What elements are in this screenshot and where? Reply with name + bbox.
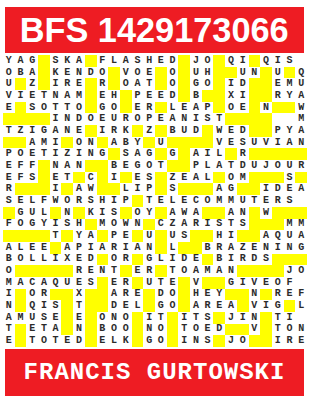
grid-cell-r4c14: E <box>155 90 167 102</box>
grid-cell-r3c4 <box>38 78 50 90</box>
grid-cell-r7c15: B <box>167 125 179 137</box>
grid-cell-r19c21 <box>237 265 249 277</box>
grid-cell-r2c4 <box>38 67 50 79</box>
grid-cell-r22c17: A <box>190 300 202 312</box>
grid-cell-r13c24: R <box>272 195 284 207</box>
grid-cell-r21c22: N <box>249 289 261 301</box>
grid-cell-r7c23 <box>260 125 272 137</box>
grid-cell-r7c20: E <box>225 125 237 137</box>
grid-cell-r21c25: E <box>284 289 296 301</box>
grid-cell-r6c1 <box>3 113 15 125</box>
grid-cell-r4c8 <box>85 90 97 102</box>
grid-cell-r18c23: S <box>260 254 272 266</box>
grid-cell-r10c12: G <box>132 160 144 172</box>
grid-cell-r7c16: U <box>178 125 190 137</box>
grid-cell-r22c21 <box>237 300 249 312</box>
grid-cell-r9c21: R <box>237 148 249 160</box>
grid-cell-r19c10: T <box>108 265 120 277</box>
grid-cell-r14c2: G <box>15 207 27 219</box>
grid-cell-r1c16 <box>178 55 190 67</box>
grid-cell-r20c7: E <box>73 277 85 289</box>
grid-cell-r16c20: I <box>225 230 237 242</box>
grid-cell-r24c21 <box>237 324 249 336</box>
grid-cell-r20c8: S <box>85 277 97 289</box>
grid-cell-r2c23 <box>260 67 272 79</box>
grid-cell-r13c10: I <box>108 195 120 207</box>
grid-cell-r24c23 <box>260 324 272 336</box>
grid-cell-r15c22 <box>249 219 261 231</box>
grid-cell-r3c10 <box>108 78 120 90</box>
grid-cell-r1c3: G <box>26 55 38 67</box>
grid-cell-r23c3: U <box>26 312 38 324</box>
grid-cell-r13c1: S <box>3 195 15 207</box>
grid-cell-r9c16 <box>178 148 190 160</box>
grid-cell-r15c26: M <box>295 219 307 231</box>
grid-cell-r7c2: Z <box>15 125 27 137</box>
grid-cell-r19c19: A <box>213 265 225 277</box>
grid-cell-r19c8: E <box>85 265 97 277</box>
grid-cell-r6c6: N <box>61 113 73 125</box>
grid-cell-r20c9 <box>97 277 109 289</box>
grid-cell-r8c10: A <box>108 137 120 149</box>
grid-cell-r6c16: N <box>178 113 190 125</box>
grid-cell-r1c6: K <box>61 55 73 67</box>
grid-cell-r22c4: I <box>38 300 50 312</box>
grid-cell-r8c24: I <box>272 137 284 149</box>
grid-cell-r18c14: L <box>155 254 167 266</box>
grid-cell-r4c6: A <box>61 90 73 102</box>
grid-cell-r13c20: M <box>225 195 237 207</box>
grid-cell-r22c14: G <box>155 300 167 312</box>
grid-cell-r3c7: E <box>73 78 85 90</box>
grid-cell-r3c12: A <box>132 78 144 90</box>
grid-cell-r19c15: T <box>167 265 179 277</box>
grid-cell-r9c19: L <box>213 148 225 160</box>
grid-cell-r9c14 <box>155 148 167 160</box>
grid-cell-r13c23: E <box>260 195 272 207</box>
grid-cell-r4c24: R <box>272 90 284 102</box>
grid-cell-r1c18: O <box>202 55 214 67</box>
grid-cell-r24c25: O <box>284 324 296 336</box>
grid-cell-r19c4 <box>38 265 50 277</box>
grid-cell-r12c14 <box>155 183 167 195</box>
grid-cell-r17c21: Z <box>237 242 249 254</box>
grid-cell-r23c17: T <box>190 312 202 324</box>
grid-cell-r20c21: I <box>237 277 249 289</box>
grid-cell-r11c4 <box>38 172 50 184</box>
grid-cell-r6c15: A <box>167 113 179 125</box>
grid-cell-r5c23: N <box>260 102 272 114</box>
grid-cell-r21c9 <box>97 289 109 301</box>
grid-cell-r13c12 <box>132 195 144 207</box>
grid-cell-r10c24: O <box>272 160 284 172</box>
grid-cell-r5c11 <box>120 102 132 114</box>
grid-cell-r17c23: N <box>260 242 272 254</box>
grid-cell-r14c15: A <box>167 207 179 219</box>
grid-cell-r25c7: D <box>73 335 85 347</box>
grid-cell-r23c22: N <box>249 312 261 324</box>
grid-cell-r17c9: A <box>97 242 109 254</box>
grid-cell-r9c5: I <box>50 148 62 160</box>
grid-cell-r25c17: N <box>190 335 202 347</box>
grid-cell-r18c18 <box>202 254 214 266</box>
grid-cell-r5c2 <box>15 102 27 114</box>
grid-cell-r10c1: E <box>3 160 15 172</box>
grid-cell-r12c4 <box>38 183 50 195</box>
grid-cell-r24c15 <box>167 324 179 336</box>
grid-cell-r9c26 <box>295 148 307 160</box>
grid-cell-r6c19: T <box>213 113 225 125</box>
grid-cell-r21c1: I <box>3 289 15 301</box>
grid-cell-r21c5 <box>50 289 62 301</box>
grid-cell-r20c3: C <box>26 277 38 289</box>
grid-cell-r4c16 <box>178 90 190 102</box>
grid-cell-r5c14 <box>155 102 167 114</box>
grid-cell-r9c2: O <box>15 148 27 160</box>
grid-cell-r20c11: R <box>120 277 132 289</box>
grid-cell-r17c2: L <box>15 242 27 254</box>
grid-cell-r9c8: N <box>85 148 97 160</box>
grid-cell-r15c6: S <box>61 219 73 231</box>
grid-cell-r21c12: E <box>132 289 144 301</box>
grid-cell-r23c25: I <box>284 312 296 324</box>
grid-cell-r11c7 <box>73 172 85 184</box>
grid-cell-r21c14: D <box>155 289 167 301</box>
grid-cell-r15c9: M <box>97 219 109 231</box>
grid-cell-r1c11: A <box>120 55 132 67</box>
grid-cell-r8c13 <box>143 137 155 149</box>
grid-cell-r3c11: O <box>120 78 132 90</box>
grid-cell-r1c7: A <box>73 55 85 67</box>
grid-cell-r2c11: V <box>120 67 132 79</box>
grid-cell-r11c25: S <box>284 172 296 184</box>
grid-cell-r12c1: R <box>3 183 15 195</box>
grid-cell-r3c25: M <box>284 78 296 90</box>
grid-cell-r18c16: D <box>178 254 190 266</box>
grid-cell-r12c11: L <box>120 183 132 195</box>
grid-cell-r4c19 <box>213 90 225 102</box>
grid-cell-r4c12: P <box>132 90 144 102</box>
grid-cell-r18c13: G <box>143 254 155 266</box>
grid-cell-r24c16: T <box>178 324 190 336</box>
grid-cell-r20c24: O <box>272 277 284 289</box>
grid-cell-r25c16: I <box>178 335 190 347</box>
grid-cell-r7c24: P <box>272 125 284 137</box>
grid-cell-r6c18: S <box>202 113 214 125</box>
grid-cell-r20c18 <box>202 277 214 289</box>
grid-cell-r22c3: Q <box>26 300 38 312</box>
grid-cell-r3c6: R <box>61 78 73 90</box>
grid-cell-r16c23: A <box>260 230 272 242</box>
grid-cell-r19c20: N <box>225 265 237 277</box>
grid-cell-r17c6: A <box>61 242 73 254</box>
grid-cell-r21c17: H <box>190 289 202 301</box>
grid-cell-r11c9 <box>97 172 109 184</box>
grid-cell-r20c6: U <box>61 277 73 289</box>
grid-cell-r7c9: I <box>97 125 109 137</box>
grid-cell-r6c10: U <box>108 113 120 125</box>
grid-cell-r15c8 <box>85 219 97 231</box>
grid-cell-r17c17 <box>190 242 202 254</box>
grid-cell-r11c12: E <box>132 172 144 184</box>
grid-cell-r2c14 <box>155 67 167 79</box>
grid-cell-r9c17: A <box>190 148 202 160</box>
grid-cell-r13c22: T <box>249 195 261 207</box>
grid-cell-r25c18: S <box>202 335 214 347</box>
grid-cell-r20c17: V <box>190 277 202 289</box>
grid-cell-r1c21: I <box>237 55 249 67</box>
grid-cell-r17c12: A <box>132 242 144 254</box>
grid-cell-r24c7: N <box>73 324 85 336</box>
grid-cell-r12c13: P <box>143 183 155 195</box>
author-banner: FRANCIS GURTOWSKI <box>5 349 304 396</box>
grid-cell-r20c10: E <box>108 277 120 289</box>
grid-cell-r16c9 <box>97 230 109 242</box>
grid-cell-r15c21: S <box>237 219 249 231</box>
grid-cell-r22c9 <box>97 300 109 312</box>
grid-cell-r11c5: E <box>50 172 62 184</box>
grid-cell-r22c13 <box>143 300 155 312</box>
grid-cell-r11c2: F <box>15 172 27 184</box>
grid-cell-r20c13: U <box>143 277 155 289</box>
grid-cell-r14c17: A <box>190 207 202 219</box>
grid-cell-r6c3 <box>26 113 38 125</box>
grid-cell-r25c12 <box>132 335 144 347</box>
grid-cell-r13c3: L <box>26 195 38 207</box>
grid-cell-r13c13: T <box>143 195 155 207</box>
grid-cell-r19c14 <box>155 265 167 277</box>
grid-cell-r16c22 <box>249 230 261 242</box>
grid-cell-r1c26 <box>295 55 307 67</box>
grid-cell-r15c18: I <box>202 219 214 231</box>
grid-cell-r12c9 <box>97 183 109 195</box>
grid-cell-r11c1: E <box>3 172 15 184</box>
grid-cell-r7c21: D <box>237 125 249 137</box>
grid-cell-r25c1: E <box>3 335 15 347</box>
grid-cell-r18c10: O <box>108 254 120 266</box>
grid-cell-r22c24: G <box>272 300 284 312</box>
grid-cell-r8c25: A <box>284 137 296 149</box>
grid-cell-r17c20: A <box>225 242 237 254</box>
grid-cell-r23c16: I <box>178 312 190 324</box>
grid-cell-r2c20 <box>225 67 237 79</box>
grid-cell-r5c1: E <box>3 102 15 114</box>
grid-cell-r8c22: U <box>249 137 261 149</box>
grid-cell-r17c10: R <box>108 242 120 254</box>
grid-cell-r4c2: I <box>15 90 27 102</box>
grid-cell-r13c25: S <box>284 195 296 207</box>
grid-cell-r18c24 <box>272 254 284 266</box>
grid-cell-r20c15: E <box>167 277 179 289</box>
grid-cell-r10c6: A <box>61 160 73 172</box>
grid-cell-r15c12: N <box>132 219 144 231</box>
grid-cell-r16c6 <box>61 230 73 242</box>
grid-cell-r1c8 <box>85 55 97 67</box>
grid-cell-r14c4: L <box>38 207 50 219</box>
grid-cell-r7c18 <box>202 125 214 137</box>
grid-cell-r19c25: J <box>284 265 296 277</box>
grid-cell-r9c23 <box>260 148 272 160</box>
grid-cell-r15c15: Z <box>167 219 179 231</box>
grid-cell-r18c5: I <box>50 254 62 266</box>
grid-cell-r9c11: S <box>120 148 132 160</box>
grid-cell-r22c12: L <box>132 300 144 312</box>
grid-cell-r16c7: Y <box>73 230 85 242</box>
grid-cell-r9c13: G <box>143 148 155 160</box>
grid-cell-r17c15: L <box>167 242 179 254</box>
grid-cell-r1c23: Q <box>260 55 272 67</box>
grid-cell-r11c22 <box>249 172 261 184</box>
grid-cell-r19c11 <box>120 265 132 277</box>
grid-cell-r21c2 <box>15 289 27 301</box>
grid-cell-r11c3: S <box>26 172 38 184</box>
grid-cell-r25c26: E <box>295 335 307 347</box>
grid-cell-r10c14: T <box>155 160 167 172</box>
grid-cell-r3c26: U <box>295 78 307 90</box>
grid-cell-r5c24 <box>272 102 284 114</box>
grid-cell-r11c26 <box>295 172 307 184</box>
grid-cell-r12c12: I <box>132 183 144 195</box>
grid-cell-r17c13: N <box>143 242 155 254</box>
grid-cell-r5c17: A <box>190 102 202 114</box>
grid-cell-r4c15: D <box>167 90 179 102</box>
grid-cell-r19c16: O <box>178 265 190 277</box>
grid-cell-r5c4: O <box>38 102 50 114</box>
grid-cell-r8c19: V <box>213 137 225 149</box>
grid-cell-r1c19 <box>213 55 225 67</box>
grid-cell-r9c10 <box>108 148 120 160</box>
grid-cell-r24c1: T <box>3 324 15 336</box>
grid-cell-r24c18: E <box>202 324 214 336</box>
grid-cell-r15c25: M <box>284 219 296 231</box>
grid-cell-r10c21: D <box>237 160 249 172</box>
grid-cell-r5c26: W <box>295 102 307 114</box>
grid-cell-r1c1: Y <box>3 55 15 67</box>
grid-cell-r10c19: A <box>213 160 225 172</box>
grid-cell-r2c17: U <box>190 67 202 79</box>
grid-cell-r3c24: E <box>272 78 284 90</box>
grid-cell-r24c10: O <box>108 324 120 336</box>
grid-cell-r6c4 <box>38 113 50 125</box>
grid-cell-r11c10: I <box>108 172 120 184</box>
grid-cell-r4c4: T <box>38 90 50 102</box>
grid-cell-r5c3: S <box>26 102 38 114</box>
grid-cell-r2c1: O <box>3 67 15 79</box>
grid-cell-r22c22: V <box>249 300 261 312</box>
grid-cell-r8c7: O <box>73 137 85 149</box>
grid-cell-r13c6: O <box>61 195 73 207</box>
grid-cell-r11c21: M <box>237 172 249 184</box>
grid-cell-r3c5: I <box>50 78 62 90</box>
grid-cell-r6c11: R <box>120 113 132 125</box>
grid-cell-r22c16 <box>178 300 190 312</box>
grid-cell-r13c17: C <box>190 195 202 207</box>
grid-cell-r15c11: W <box>120 219 132 231</box>
grid-cell-r17c16 <box>178 242 190 254</box>
grid-cell-r16c21 <box>237 230 249 242</box>
grid-cell-r23c6 <box>61 312 73 324</box>
grid-cell-r13c2: E <box>15 195 27 207</box>
grid-cell-r18c7: E <box>73 254 85 266</box>
grid-cell-r23c14: T <box>155 312 167 324</box>
grid-cell-r23c18: S <box>202 312 214 324</box>
grid-cell-r25c5: T <box>50 335 62 347</box>
grid-cell-r13c15: L <box>167 195 179 207</box>
grid-cell-r16c13: U <box>143 230 155 242</box>
grid-cell-r14c3: U <box>26 207 38 219</box>
grid-cell-r5c10: O <box>108 102 120 114</box>
grid-cell-r24c3: E <box>26 324 38 336</box>
grid-cell-r13c9: H <box>97 195 109 207</box>
grid-cell-r22c19: E <box>213 300 225 312</box>
grid-cell-r10c9 <box>97 160 109 172</box>
grid-cell-r7c7: E <box>73 125 85 137</box>
grid-cell-r14c11 <box>120 207 132 219</box>
grid-cell-r18c12 <box>132 254 144 266</box>
grid-cell-r20c4: A <box>38 277 50 289</box>
grid-cell-r17c19: R <box>213 242 225 254</box>
grid-cell-r24c24: T <box>272 324 284 336</box>
grid-cell-r18c1: B <box>3 254 15 266</box>
grid-cell-r15c4: Y <box>38 219 50 231</box>
grid-cell-r13c5: W <box>50 195 62 207</box>
grid-cell-r20c16 <box>178 277 190 289</box>
grid-cell-r8c15 <box>167 137 179 149</box>
grid-cell-r10c20: T <box>225 160 237 172</box>
grid-cell-r7c8 <box>85 125 97 137</box>
grid-cell-r7c10: R <box>108 125 120 137</box>
grid-cell-r20c23: E <box>260 277 272 289</box>
grid-cell-r17c24: I <box>272 242 284 254</box>
grid-cell-r24c22: V <box>249 324 261 336</box>
grid-cell-r19c3 <box>26 265 38 277</box>
grid-cell-r11c8: C <box>85 172 97 184</box>
grid-cell-r4c26: A <box>295 90 307 102</box>
grid-cell-r5c21: E <box>237 102 249 114</box>
grid-cell-r10c15 <box>167 160 179 172</box>
grid-cell-r19c9: N <box>97 265 109 277</box>
grid-cell-r20c12 <box>132 277 144 289</box>
grid-cell-r8c8: N <box>85 137 97 149</box>
grid-cell-r21c6 <box>61 289 73 301</box>
grid-cell-r4c1: V <box>3 90 15 102</box>
grid-cell-r16c5: T <box>50 230 62 242</box>
grid-cell-r14c1 <box>3 207 15 219</box>
grid-cell-r24c17: O <box>190 324 202 336</box>
grid-cell-r23c8 <box>85 312 97 324</box>
grid-cell-r13c16: E <box>178 195 190 207</box>
grid-cell-r18c22: D <box>249 254 261 266</box>
grid-cell-r2c26: Q <box>295 67 307 79</box>
grid-cell-r1c22 <box>249 55 261 67</box>
grid-cell-r2c15: O <box>167 67 179 79</box>
grid-cell-r24c9: B <box>97 324 109 336</box>
grid-cell-r4c18 <box>202 90 214 102</box>
grid-cell-r3c14 <box>155 78 167 90</box>
grid-cell-r15c10: O <box>108 219 120 231</box>
grid-cell-r10c5: N <box>50 160 62 172</box>
grid-cell-r13c7: R <box>73 195 85 207</box>
grid-cell-r14c7 <box>73 207 85 219</box>
grid-cell-r18c8: D <box>85 254 97 266</box>
grid-cell-r25c23 <box>260 335 272 347</box>
grid-cell-r8c4: M <box>38 137 50 149</box>
grid-cell-r12c19: A <box>213 183 225 195</box>
grid-cell-r12c16 <box>178 183 190 195</box>
grid-cell-r21c20 <box>225 289 237 301</box>
grid-cell-r4c9: E <box>97 90 109 102</box>
grid-cell-r19c24 <box>272 265 284 277</box>
